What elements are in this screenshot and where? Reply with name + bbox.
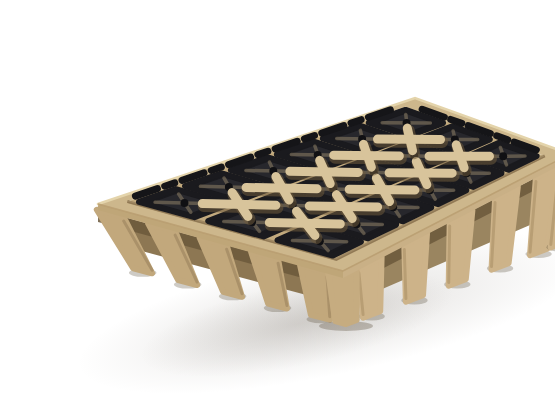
tray-foot	[328, 270, 356, 324]
foot-edge-shade	[449, 226, 450, 283]
cell-clip-tab	[211, 167, 221, 170]
product-photo	[40, 16, 555, 410]
cell-clip-tab	[497, 136, 508, 140]
cell-clip-tab	[258, 151, 268, 154]
cell-clip-tab	[304, 135, 314, 138]
cell-clip-tab	[351, 120, 361, 123]
star-ridge	[407, 128, 412, 151]
cell-hole	[180, 199, 188, 207]
cell-hole	[499, 152, 507, 160]
tray-render-svg	[40, 16, 555, 410]
cell-clip-tab	[451, 119, 462, 123]
tray-foot	[449, 210, 473, 285]
cell-clip-tab	[165, 183, 175, 186]
foot-edge-shade	[404, 249, 406, 298]
